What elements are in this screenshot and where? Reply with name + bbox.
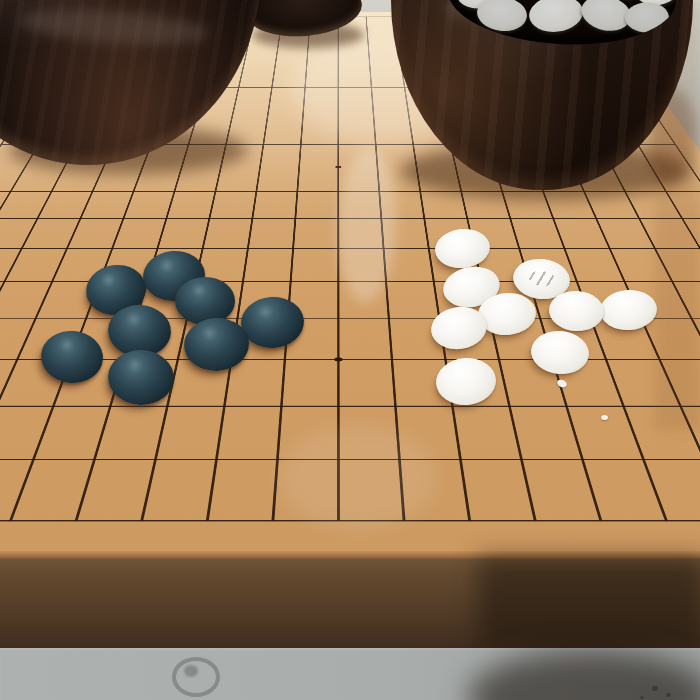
left-bowl-gloss-highlight <box>18 4 210 49</box>
stone-chip-speck <box>601 415 608 420</box>
black-stone <box>175 277 235 325</box>
table-side-shadow <box>478 556 700 650</box>
floor-ring-stain-core <box>184 665 198 677</box>
heap-white-stone <box>527 0 585 35</box>
floor-table-shadow <box>468 650 700 700</box>
floor <box>0 648 700 700</box>
floor-ring-stain <box>172 657 220 697</box>
star-point-hoshi <box>334 357 343 361</box>
floor-debris-speck <box>652 686 658 691</box>
board-sheen-front <box>278 425 438 530</box>
floor-debris-speck <box>666 693 671 697</box>
stone-scuff-marks <box>528 270 555 288</box>
go-game-photo-scene <box>0 0 700 700</box>
